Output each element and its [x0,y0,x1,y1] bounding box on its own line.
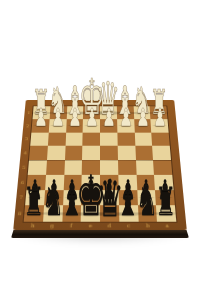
square-f6 [63,175,82,190]
square-a1 [150,106,168,119]
square-b8 [137,205,157,221]
square-f5 [64,160,82,175]
square-c2 [117,119,134,132]
square-c8 [119,205,138,221]
square-e5 [82,160,100,175]
square-e6 [82,175,100,190]
square-e3 [83,132,100,146]
square-g5 [46,160,65,175]
square-e7 [81,190,100,206]
square-e4 [82,146,100,160]
file-label-h: h [27,223,38,230]
square-b7 [137,190,156,206]
square-g3 [48,132,66,146]
file-label-c: c [123,223,134,230]
rank-label-6: 6 [19,180,27,185]
board-side-edge [11,230,189,239]
square-h7 [25,190,45,206]
square-a8 [156,205,176,221]
square-f4 [65,146,83,160]
square-f2 [66,119,83,132]
square-h2 [31,119,49,132]
square-c7 [118,190,137,206]
board-squares [24,106,177,221]
rank-label-3: 3 [23,137,30,142]
square-g4 [47,146,65,160]
square-c4 [117,146,135,160]
square-g1 [49,106,66,119]
square-d3 [100,132,117,146]
file-label-d: d [104,223,115,230]
square-f1 [66,106,83,119]
square-b3 [134,132,152,146]
square-g8 [43,205,63,221]
square-a7 [155,190,175,206]
square-c5 [118,160,136,175]
square-d8 [100,205,119,221]
square-e2 [83,119,100,132]
rank-label-5: 5 [20,165,28,170]
square-d2 [100,119,117,132]
chess-board: hgfedcba 12345678 [13,100,187,230]
square-h5 [28,160,47,175]
file-label-g: g [46,223,57,230]
square-b6 [136,175,155,190]
rank-label-7: 7 [17,195,25,200]
rank-label-8: 8 [16,211,24,217]
square-h1 [33,106,51,119]
square-g2 [49,119,67,132]
square-a2 [151,119,169,132]
square-c3 [117,132,135,146]
square-a3 [151,132,169,146]
square-f3 [65,132,83,146]
chess-set-photo: hgfedcba 12345678 ♜♞♝♚♛♝♞♜♟♟♟♟♟♟♟♟♟♟♟♟♟♟… [0,0,200,300]
square-d6 [100,175,118,190]
square-d4 [100,146,118,160]
square-a4 [152,146,171,160]
rank-label-4: 4 [21,151,28,156]
square-c1 [117,106,134,119]
square-b1 [133,106,150,119]
square-e1 [83,106,100,119]
square-d5 [100,160,118,175]
square-a6 [154,175,173,190]
square-h6 [26,175,45,190]
rank-label-1: 1 [25,110,32,114]
square-b2 [134,119,152,132]
square-g6 [45,175,64,190]
square-h4 [29,146,48,160]
file-label-a: a [161,223,172,230]
rank-label-2: 2 [24,123,31,127]
square-h8 [24,205,44,221]
square-f7 [63,190,82,206]
square-f8 [62,205,81,221]
square-h3 [30,132,48,146]
square-d7 [100,190,119,206]
square-b4 [135,146,153,160]
file-label-f: f [66,223,77,230]
square-a5 [153,160,172,175]
file-label-b: b [142,223,153,230]
square-g7 [44,190,63,206]
square-e8 [81,205,100,221]
file-label-e: e [85,223,96,230]
board-fold-seam [28,160,172,161]
square-d1 [100,106,117,119]
square-b5 [136,160,155,175]
square-c6 [118,175,137,190]
